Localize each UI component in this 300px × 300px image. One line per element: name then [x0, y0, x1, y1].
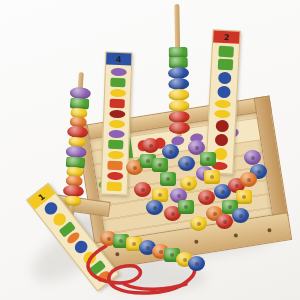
yellow-oval-symbol: [109, 89, 125, 98]
yellow-square-symbol: [107, 182, 122, 192]
red-ball-bead: [198, 190, 215, 205]
red-ball-bead: [216, 214, 233, 229]
red-ball-bead: [134, 182, 151, 197]
darkred-oval-symbol: [109, 110, 125, 119]
green-cube-bead: [160, 172, 176, 186]
red-oval-symbol: [107, 172, 123, 181]
yellow-oval-symbol: [215, 100, 231, 109]
peg-hole: [267, 228, 272, 233]
peg-hole: [234, 233, 239, 238]
green-cube-bead: [200, 152, 216, 166]
card-4-number: 4: [116, 54, 122, 63]
yellow-ball-bead: [190, 216, 207, 231]
green-cube-bead: [178, 200, 194, 214]
red-ball-bead: [142, 138, 159, 153]
peg-hole: [194, 240, 199, 245]
blue-circle-symbol: [217, 72, 231, 85]
blue-ball-bead: [188, 256, 205, 271]
yellow-cube-bead: [204, 170, 220, 184]
yellow-cube-bead: [236, 190, 252, 204]
orange-ball-bead: [240, 172, 257, 187]
darkred-circle-symbol: [215, 120, 229, 133]
product-photo-bead-sequencing-toy: 4 2 1: [0, 0, 300, 300]
yellow-oval-symbol: [214, 110, 230, 119]
card-4-header: 4: [106, 53, 131, 66]
peg-hole: [115, 252, 120, 257]
green-square-symbol: [110, 78, 125, 88]
green-square-symbol: [108, 140, 123, 150]
red-ball-bead: [168, 122, 189, 134]
blue-ball-bead: [178, 156, 195, 171]
blue-ball-bead: [232, 208, 249, 223]
pattern-card-4: 4: [101, 52, 133, 196]
darkred-circle-symbol: [214, 134, 228, 147]
purple-oval-symbol: [108, 130, 124, 139]
green-square-symbol: [218, 46, 234, 58]
yellow-cyl-bead: [63, 195, 81, 206]
blue-ball-bead: [162, 144, 179, 159]
green-cube-bead: [152, 158, 168, 172]
bead-stack-center: [165, 4, 191, 140]
green-square-symbol: [217, 59, 233, 71]
card-4-items: [102, 65, 131, 195]
blue-circle-symbol: [217, 86, 231, 99]
orange-square-symbol: [107, 161, 122, 171]
yellow-oval-symbol: [108, 120, 124, 129]
blue-ball-bead: [146, 200, 163, 215]
center-stack-beads: [166, 48, 191, 134]
purple-oval-symbol: [110, 68, 126, 77]
yellow-oval-symbol: [107, 151, 123, 160]
card-2-number: 2: [223, 32, 229, 41]
red-square-symbol: [110, 99, 125, 109]
purple-ball-bead: [244, 150, 261, 165]
